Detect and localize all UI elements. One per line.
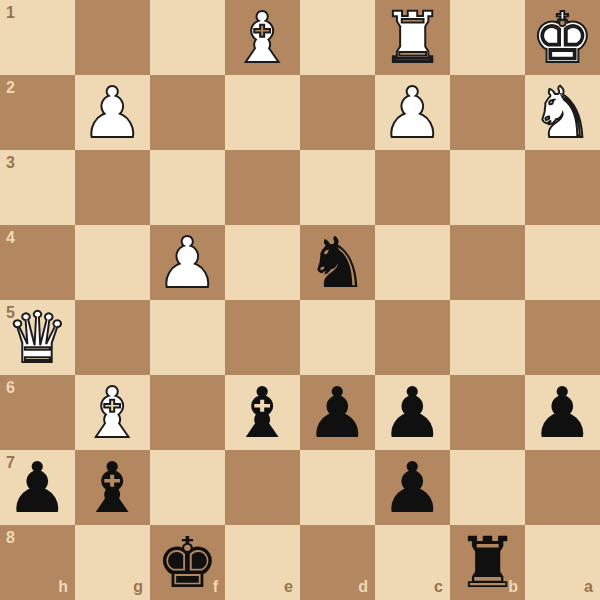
square-b6[interactable] [450, 375, 525, 450]
black-pawn[interactable]: ♟ [375, 450, 450, 525]
square-f5[interactable] [150, 300, 225, 375]
square-f1[interactable] [150, 0, 225, 75]
square-e6[interactable]: ♝ [225, 375, 300, 450]
square-g7[interactable]: ♝ [75, 450, 150, 525]
square-h7[interactable]: 7♟ [0, 450, 75, 525]
white-bishop[interactable]: ♝ [75, 375, 150, 450]
black-pawn[interactable]: ♟ [525, 375, 600, 450]
rank-label-2: 2 [6, 80, 15, 96]
square-h2[interactable]: 2 [0, 75, 75, 150]
file-label-h: h [58, 579, 68, 595]
square-h8[interactable]: 8h [0, 525, 75, 600]
white-pawn[interactable]: ♟ [150, 225, 225, 300]
square-b4[interactable] [450, 225, 525, 300]
square-d3[interactable] [300, 150, 375, 225]
black-bishop[interactable]: ♝ [225, 375, 300, 450]
square-e4[interactable] [225, 225, 300, 300]
square-b5[interactable] [450, 300, 525, 375]
white-queen[interactable]: ♛ [0, 300, 75, 375]
square-d8[interactable]: d [300, 525, 375, 600]
rank-label-1: 1 [6, 5, 15, 21]
square-a1[interactable]: ♚ [525, 0, 600, 75]
square-c3[interactable] [375, 150, 450, 225]
square-h3[interactable]: 3 [0, 150, 75, 225]
square-c4[interactable] [375, 225, 450, 300]
rank-label-6: 6 [6, 380, 15, 396]
square-b3[interactable] [450, 150, 525, 225]
square-h4[interactable]: 4 [0, 225, 75, 300]
square-a5[interactable] [525, 300, 600, 375]
square-c5[interactable] [375, 300, 450, 375]
black-knight[interactable]: ♞ [300, 225, 375, 300]
square-g1[interactable] [75, 0, 150, 75]
square-d2[interactable] [300, 75, 375, 150]
square-g6[interactable]: ♝ [75, 375, 150, 450]
square-b1[interactable] [450, 0, 525, 75]
square-a3[interactable] [525, 150, 600, 225]
square-b8[interactable]: b♜ [450, 525, 525, 600]
square-e7[interactable] [225, 450, 300, 525]
square-d1[interactable] [300, 0, 375, 75]
square-f6[interactable] [150, 375, 225, 450]
square-c1[interactable]: ♜ [375, 0, 450, 75]
square-c8[interactable]: c [375, 525, 450, 600]
square-g2[interactable]: ♟ [75, 75, 150, 150]
square-a4[interactable] [525, 225, 600, 300]
square-b7[interactable] [450, 450, 525, 525]
square-e3[interactable] [225, 150, 300, 225]
white-knight[interactable]: ♞ [525, 75, 600, 150]
square-g3[interactable] [75, 150, 150, 225]
rank-label-4: 4 [6, 230, 15, 246]
square-f3[interactable] [150, 150, 225, 225]
square-h1[interactable]: 1 [0, 0, 75, 75]
square-b2[interactable] [450, 75, 525, 150]
square-g4[interactable] [75, 225, 150, 300]
black-pawn[interactable]: ♟ [0, 450, 75, 525]
square-a8[interactable]: a [525, 525, 600, 600]
square-a6[interactable]: ♟ [525, 375, 600, 450]
square-g5[interactable] [75, 300, 150, 375]
black-king[interactable]: ♚ [150, 525, 225, 600]
white-pawn[interactable]: ♟ [375, 75, 450, 150]
square-h5[interactable]: 5♛ [0, 300, 75, 375]
square-a2[interactable]: ♞ [525, 75, 600, 150]
file-label-a: a [584, 579, 593, 595]
black-pawn[interactable]: ♟ [375, 375, 450, 450]
square-e5[interactable] [225, 300, 300, 375]
square-f2[interactable] [150, 75, 225, 150]
black-pawn[interactable]: ♟ [300, 375, 375, 450]
square-e8[interactable]: e [225, 525, 300, 600]
white-bishop[interactable]: ♝ [225, 0, 300, 75]
white-king[interactable]: ♚ [525, 0, 600, 75]
square-f4[interactable]: ♟ [150, 225, 225, 300]
black-bishop[interactable]: ♝ [75, 450, 150, 525]
file-label-g: g [133, 579, 143, 595]
square-d7[interactable] [300, 450, 375, 525]
square-d6[interactable]: ♟ [300, 375, 375, 450]
square-f8[interactable]: f♚ [150, 525, 225, 600]
file-label-c: c [434, 579, 443, 595]
square-e2[interactable] [225, 75, 300, 150]
chess-board: 1♝♜♚2♟♟♞34♟♞5♛6♝♝♟♟♟7♟♝♟8hgf♚edcb♜a [0, 0, 600, 600]
black-rook[interactable]: ♜ [450, 525, 525, 600]
square-d4[interactable]: ♞ [300, 225, 375, 300]
file-label-e: e [284, 579, 293, 595]
square-g8[interactable]: g [75, 525, 150, 600]
square-c7[interactable]: ♟ [375, 450, 450, 525]
square-f7[interactable] [150, 450, 225, 525]
white-rook[interactable]: ♜ [375, 0, 450, 75]
square-c2[interactable]: ♟ [375, 75, 450, 150]
rank-label-3: 3 [6, 155, 15, 171]
file-label-d: d [358, 579, 368, 595]
square-e1[interactable]: ♝ [225, 0, 300, 75]
square-h6[interactable]: 6 [0, 375, 75, 450]
square-a7[interactable] [525, 450, 600, 525]
white-pawn[interactable]: ♟ [75, 75, 150, 150]
rank-label-8: 8 [6, 530, 15, 546]
square-c6[interactable]: ♟ [375, 375, 450, 450]
square-d5[interactable] [300, 300, 375, 375]
